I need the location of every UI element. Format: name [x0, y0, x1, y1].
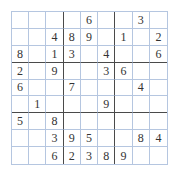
cell-r4c4[interactable] — [64, 63, 81, 80]
cell-r6c1[interactable] — [12, 96, 29, 113]
cell-r2c8[interactable] — [133, 29, 150, 46]
cell-r8c1[interactable] — [12, 130, 29, 147]
cell-r4c9[interactable] — [150, 63, 167, 80]
cell-r9c1[interactable] — [12, 147, 29, 164]
cell-r2c7[interactable]: 1 — [115, 29, 132, 46]
cell-r6c5[interactable] — [81, 96, 98, 113]
cell-r9c3[interactable]: 6 — [46, 147, 63, 164]
cell-r4c8[interactable] — [133, 63, 150, 80]
cell-r1c8[interactable]: 3 — [133, 12, 150, 29]
cell-r7c5[interactable] — [81, 113, 98, 130]
cell-r4c6[interactable]: 3 — [98, 63, 115, 80]
cell-r3c1[interactable]: 8 — [12, 46, 29, 63]
cell-r1c5[interactable]: 6 — [81, 12, 98, 29]
cell-r6c8[interactable] — [133, 96, 150, 113]
cell-r5c1[interactable]: 6 — [12, 80, 29, 97]
cell-r4c1[interactable]: 2 — [12, 63, 29, 80]
cell-r5c3[interactable] — [46, 80, 63, 97]
cell-r9c8[interactable] — [133, 147, 150, 164]
cell-r6c4[interactable] — [64, 96, 81, 113]
cell-r5c6[interactable] — [98, 80, 115, 97]
cell-r4c3[interactable]: 9 — [46, 63, 63, 80]
cell-r8c3[interactable]: 3 — [46, 130, 63, 147]
cell-r3c4[interactable]: 3 — [64, 46, 81, 63]
cell-r5c4[interactable]: 7 — [64, 80, 81, 97]
cell-r1c1[interactable] — [12, 12, 29, 29]
cell-r3c7[interactable] — [115, 46, 132, 63]
cell-r7c8[interactable] — [133, 113, 150, 130]
cell-r1c7[interactable] — [115, 12, 132, 29]
cell-r7c6[interactable] — [98, 113, 115, 130]
cell-r2c5[interactable]: 9 — [81, 29, 98, 46]
cell-r6c2[interactable]: 1 — [29, 96, 46, 113]
cell-r8c2[interactable] — [29, 130, 46, 147]
cell-r7c9[interactable] — [150, 113, 167, 130]
cell-r7c2[interactable] — [29, 113, 46, 130]
cell-r3c2[interactable] — [29, 46, 46, 63]
cell-r7c3[interactable]: 8 — [46, 113, 63, 130]
cell-r5c5[interactable] — [81, 80, 98, 97]
cell-r9c9[interactable] — [150, 147, 167, 164]
cell-r9c4[interactable]: 2 — [64, 147, 81, 164]
cell-r6c9[interactable] — [150, 96, 167, 113]
cell-r8c9[interactable]: 4 — [150, 130, 167, 147]
cell-r8c4[interactable]: 9 — [64, 130, 81, 147]
cell-r3c3[interactable]: 1 — [46, 46, 63, 63]
cell-r5c7[interactable] — [115, 80, 132, 97]
cell-r4c5[interactable] — [81, 63, 98, 80]
cell-r2c3[interactable]: 4 — [46, 29, 63, 46]
sudoku-page: 634891281346293667419583958462389 — [0, 0, 180, 180]
cell-r8c6[interactable] — [98, 130, 115, 147]
cell-r4c2[interactable] — [29, 63, 46, 80]
cell-r9c7[interactable]: 9 — [115, 147, 132, 164]
cell-r3c9[interactable]: 6 — [150, 46, 167, 63]
cell-r1c9[interactable] — [150, 12, 167, 29]
cell-r7c1[interactable]: 5 — [12, 113, 29, 130]
cell-r8c8[interactable]: 8 — [133, 130, 150, 147]
cell-r2c2[interactable] — [29, 29, 46, 46]
cell-r8c5[interactable]: 5 — [81, 130, 98, 147]
cell-r3c5[interactable] — [81, 46, 98, 63]
cell-r1c6[interactable] — [98, 12, 115, 29]
cell-r9c2[interactable] — [29, 147, 46, 164]
cell-r2c6[interactable] — [98, 29, 115, 46]
sudoku-board: 634891281346293667419583958462389 — [11, 11, 168, 165]
cell-r3c6[interactable]: 4 — [98, 46, 115, 63]
cell-r4c7[interactable]: 6 — [115, 63, 132, 80]
cell-r6c6[interactable]: 9 — [98, 96, 115, 113]
cell-r5c8[interactable]: 4 — [133, 80, 150, 97]
cell-r1c3[interactable] — [46, 12, 63, 29]
cell-r9c5[interactable]: 3 — [81, 147, 98, 164]
cell-r2c9[interactable]: 2 — [150, 29, 167, 46]
cell-r5c2[interactable] — [29, 80, 46, 97]
cell-r7c4[interactable] — [64, 113, 81, 130]
cell-r9c6[interactable]: 8 — [98, 147, 115, 164]
cell-r1c2[interactable] — [29, 12, 46, 29]
cell-r2c1[interactable] — [12, 29, 29, 46]
cell-r6c3[interactable] — [46, 96, 63, 113]
cell-r8c7[interactable] — [115, 130, 132, 147]
cell-r5c9[interactable] — [150, 80, 167, 97]
cell-r7c7[interactable] — [115, 113, 132, 130]
cell-r1c4[interactable] — [64, 12, 81, 29]
cell-r2c4[interactable]: 8 — [64, 29, 81, 46]
cell-r3c8[interactable] — [133, 46, 150, 63]
cell-r6c7[interactable] — [115, 96, 132, 113]
